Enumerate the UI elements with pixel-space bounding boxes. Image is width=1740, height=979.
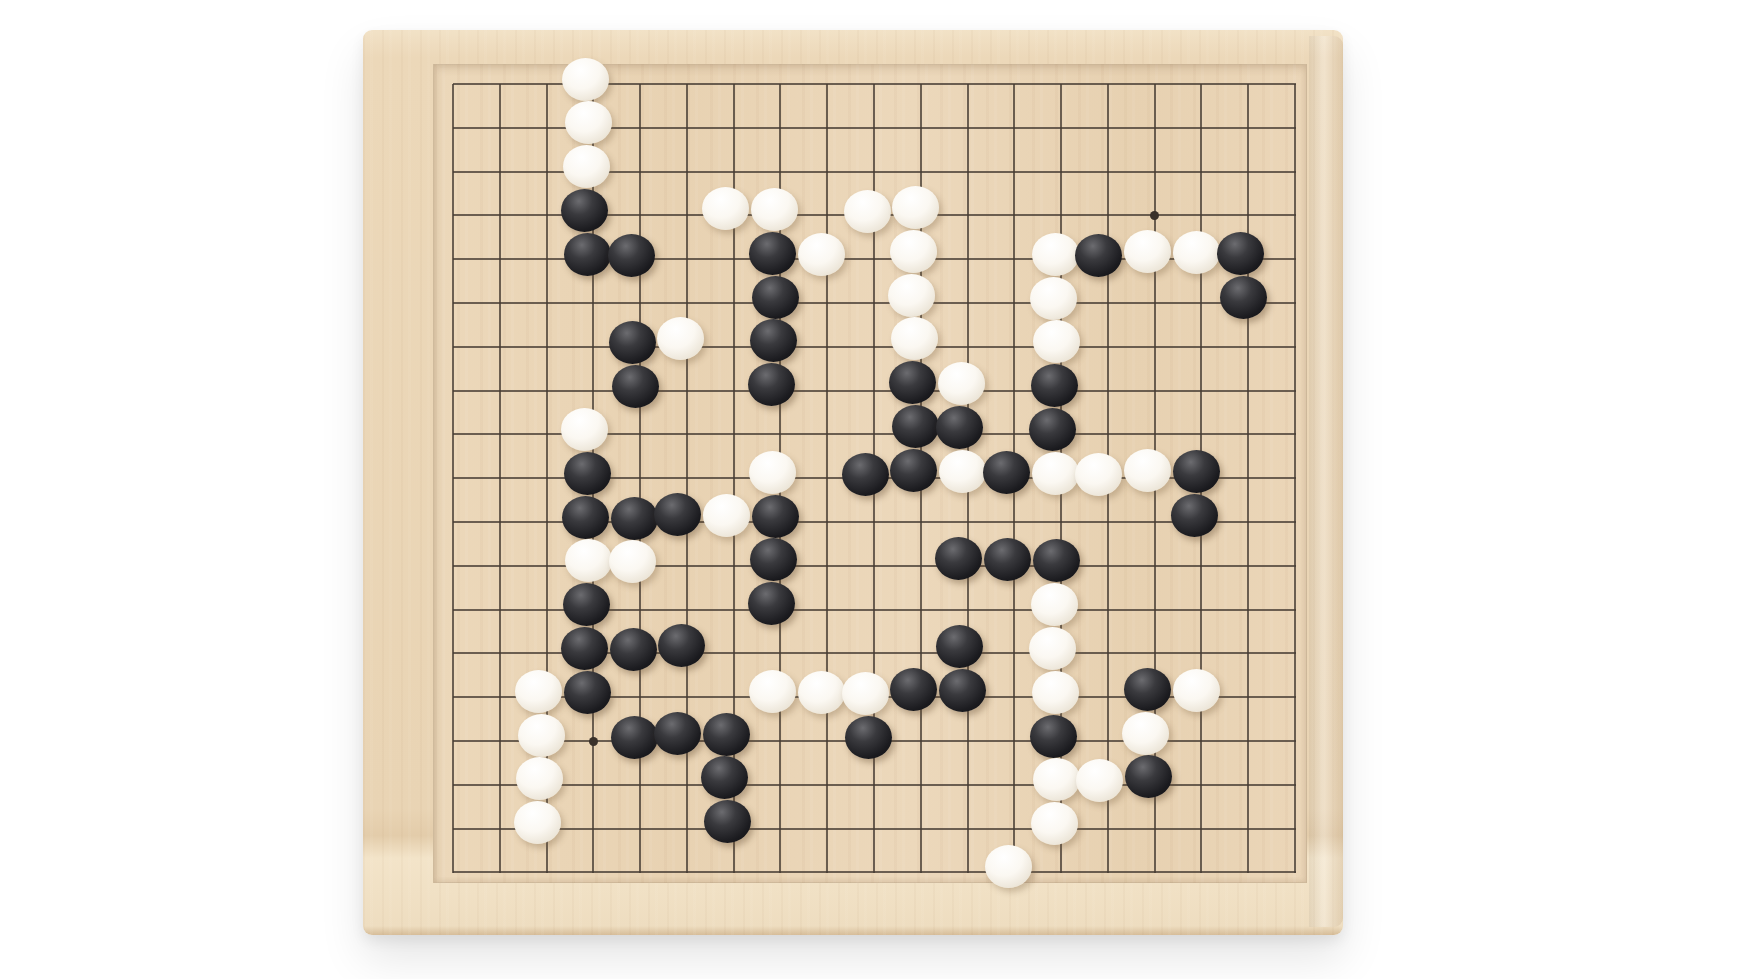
white-stone[interactable]: [1075, 453, 1122, 496]
black-stone[interactable]: [703, 713, 750, 756]
grid-line: [453, 828, 1296, 830]
white-stone[interactable]: [562, 58, 609, 101]
black-stone[interactable]: [611, 716, 658, 759]
white-stone[interactable]: [1033, 320, 1080, 363]
white-stone[interactable]: [1029, 627, 1076, 670]
black-stone[interactable]: [1031, 364, 1078, 407]
white-stone[interactable]: [798, 671, 845, 714]
star-point: [589, 737, 598, 746]
black-stone[interactable]: [752, 495, 799, 538]
white-stone[interactable]: [1173, 669, 1220, 712]
white-stone[interactable]: [749, 451, 796, 494]
black-stone[interactable]: [561, 627, 608, 670]
black-stone[interactable]: [1033, 539, 1080, 582]
white-stone[interactable]: [703, 494, 750, 537]
black-stone[interactable]: [1124, 668, 1171, 711]
black-stone[interactable]: [939, 669, 986, 712]
black-stone[interactable]: [1029, 408, 1076, 451]
white-stone[interactable]: [565, 539, 612, 582]
white-stone[interactable]: [798, 233, 845, 276]
grid-line: [453, 871, 1296, 873]
black-stone[interactable]: [563, 583, 610, 626]
black-stone[interactable]: [935, 537, 982, 580]
black-stone[interactable]: [845, 716, 892, 759]
white-stone[interactable]: [891, 317, 938, 360]
white-stone[interactable]: [561, 408, 608, 451]
white-stone[interactable]: [1032, 233, 1079, 276]
black-stone[interactable]: [564, 233, 611, 276]
black-stone[interactable]: [890, 668, 937, 711]
white-stone[interactable]: [844, 190, 891, 233]
white-stone[interactable]: [565, 101, 612, 144]
grid-line: [1247, 84, 1249, 873]
white-stone[interactable]: [1031, 583, 1078, 626]
white-stone[interactable]: [890, 230, 937, 273]
black-stone[interactable]: [842, 453, 889, 496]
white-stone[interactable]: [609, 540, 656, 583]
black-stone[interactable]: [1217, 232, 1264, 275]
black-stone[interactable]: [750, 538, 797, 581]
star-point: [1150, 211, 1159, 220]
black-stone[interactable]: [564, 671, 611, 714]
white-stone[interactable]: [1033, 758, 1080, 801]
black-stone[interactable]: [609, 321, 656, 364]
go-board: [363, 30, 1343, 935]
white-stone[interactable]: [749, 670, 796, 713]
black-stone[interactable]: [611, 497, 658, 540]
black-stone[interactable]: [610, 628, 657, 671]
white-stone[interactable]: [892, 186, 939, 229]
white-stone[interactable]: [939, 450, 986, 493]
black-stone[interactable]: [984, 538, 1031, 581]
white-stone[interactable]: [938, 362, 985, 405]
white-stone[interactable]: [1076, 759, 1123, 802]
black-stone[interactable]: [564, 452, 611, 495]
grid-line: [1294, 84, 1296, 873]
black-stone[interactable]: [748, 363, 795, 406]
white-stone[interactable]: [514, 801, 561, 844]
black-stone[interactable]: [889, 361, 936, 404]
black-stone[interactable]: [936, 406, 983, 449]
white-stone[interactable]: [1032, 671, 1079, 714]
white-stone[interactable]: [1124, 449, 1171, 492]
white-stone[interactable]: [1030, 277, 1077, 320]
black-stone[interactable]: [561, 189, 608, 232]
black-stone[interactable]: [892, 405, 939, 448]
black-stone[interactable]: [748, 582, 795, 625]
white-stone[interactable]: [1173, 231, 1220, 274]
white-stone[interactable]: [1122, 712, 1169, 755]
white-stone[interactable]: [1032, 452, 1079, 495]
black-stone[interactable]: [983, 451, 1030, 494]
black-stone[interactable]: [654, 493, 701, 536]
black-stone[interactable]: [890, 449, 937, 492]
black-stone[interactable]: [1030, 715, 1077, 758]
black-stone[interactable]: [752, 276, 799, 319]
black-stone[interactable]: [701, 756, 748, 799]
white-stone[interactable]: [563, 145, 610, 188]
white-stone[interactable]: [702, 187, 749, 230]
white-stone[interactable]: [518, 714, 565, 757]
black-stone[interactable]: [750, 319, 797, 362]
white-stone[interactable]: [657, 317, 704, 360]
black-stone[interactable]: [1220, 276, 1267, 319]
white-stone[interactable]: [985, 845, 1032, 888]
black-stone[interactable]: [1171, 494, 1218, 537]
black-stone[interactable]: [658, 624, 705, 667]
black-stone[interactable]: [1125, 755, 1172, 798]
white-stone[interactable]: [1031, 802, 1078, 845]
white-stone[interactable]: [751, 188, 798, 231]
white-stone[interactable]: [888, 274, 935, 317]
black-stone[interactable]: [936, 625, 983, 668]
black-stone[interactable]: [654, 712, 701, 755]
black-stone[interactable]: [749, 232, 796, 275]
board-grid: [453, 84, 1296, 873]
white-stone[interactable]: [1124, 230, 1171, 273]
black-stone[interactable]: [1173, 450, 1220, 493]
white-stone[interactable]: [515, 670, 562, 713]
black-stone[interactable]: [612, 365, 659, 408]
black-stone[interactable]: [704, 800, 751, 843]
black-stone[interactable]: [608, 234, 655, 277]
page-background: [0, 0, 1740, 979]
white-stone[interactable]: [516, 757, 563, 800]
black-stone[interactable]: [562, 496, 609, 539]
white-stone[interactable]: [842, 672, 889, 715]
black-stone[interactable]: [1075, 234, 1122, 277]
